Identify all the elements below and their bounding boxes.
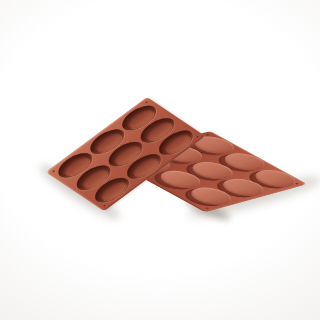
product-photo — [0, 0, 320, 320]
